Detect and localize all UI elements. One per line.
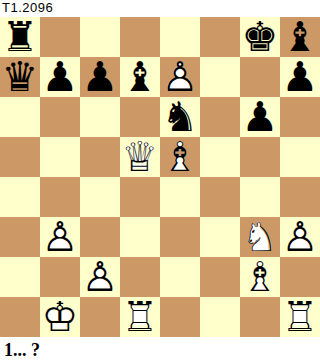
square-d5[interactable]: ♛♕	[120, 137, 160, 177]
square-g4[interactable]	[240, 177, 280, 217]
piece-black-bishop: ♝	[120, 57, 160, 97]
piece-black-king: ♚	[240, 17, 280, 57]
square-b3[interactable]: ♟♙	[40, 217, 80, 257]
chess-board: ♜♚♝♛♟♟♝♟♙♟♞♟♛♕♝♗♟♙♞♘♟♙♟♙♝♗♚♔♜♖♜♖	[0, 17, 320, 337]
square-c5[interactable]	[80, 137, 120, 177]
puzzle-window: T1.2096 ♜♚♝♛♟♟♝♟♙♟♞♟♛♕♝♗♟♙♞♘♟♙♟♙♝♗♚♔♜♖♜♖…	[0, 0, 320, 360]
piece-white-queen: ♛♕	[120, 137, 160, 177]
square-f2[interactable]	[200, 257, 240, 297]
square-d4[interactable]	[120, 177, 160, 217]
square-c8[interactable]	[80, 17, 120, 57]
square-h8[interactable]: ♝	[280, 17, 320, 57]
piece-black-knight: ♞	[160, 97, 200, 137]
square-d8[interactable]	[120, 17, 160, 57]
piece-black-bishop: ♝	[280, 17, 320, 57]
piece-white-pawn: ♟♙	[160, 57, 200, 97]
piece-black-pawn: ♟	[280, 57, 320, 97]
square-b6[interactable]	[40, 97, 80, 137]
square-f3[interactable]	[200, 217, 240, 257]
square-h1[interactable]: ♜♖	[280, 297, 320, 337]
square-h5[interactable]	[280, 137, 320, 177]
square-f8[interactable]	[200, 17, 240, 57]
square-e1[interactable]	[160, 297, 200, 337]
square-f7[interactable]	[200, 57, 240, 97]
square-h3[interactable]: ♟♙	[280, 217, 320, 257]
square-f6[interactable]	[200, 97, 240, 137]
piece-white-pawn: ♟♙	[80, 257, 120, 297]
piece-black-pawn: ♟	[240, 97, 280, 137]
square-g5[interactable]	[240, 137, 280, 177]
square-g7[interactable]	[240, 57, 280, 97]
square-d2[interactable]	[120, 257, 160, 297]
square-e4[interactable]	[160, 177, 200, 217]
square-b7[interactable]: ♟	[40, 57, 80, 97]
square-e7[interactable]: ♟♙	[160, 57, 200, 97]
square-e6[interactable]: ♞	[160, 97, 200, 137]
piece-black-pawn: ♟	[40, 57, 80, 97]
square-a7[interactable]: ♛	[0, 57, 40, 97]
square-d1[interactable]: ♜♖	[120, 297, 160, 337]
piece-black-queen: ♛	[0, 57, 40, 97]
square-h4[interactable]	[280, 177, 320, 217]
square-g1[interactable]	[240, 297, 280, 337]
piece-black-pawn: ♟	[80, 57, 120, 97]
square-h7[interactable]: ♟	[280, 57, 320, 97]
square-b4[interactable]	[40, 177, 80, 217]
square-c6[interactable]	[80, 97, 120, 137]
square-a3[interactable]	[0, 217, 40, 257]
square-a5[interactable]	[0, 137, 40, 177]
square-b5[interactable]	[40, 137, 80, 177]
square-b1[interactable]: ♚♔	[40, 297, 80, 337]
piece-white-king: ♚♔	[40, 297, 80, 337]
square-a2[interactable]	[0, 257, 40, 297]
square-e5[interactable]: ♝♗	[160, 137, 200, 177]
piece-white-rook: ♜♖	[120, 297, 160, 337]
square-g2[interactable]: ♝♗	[240, 257, 280, 297]
square-e8[interactable]	[160, 17, 200, 57]
piece-white-pawn: ♟♙	[40, 217, 80, 257]
piece-white-bishop: ♝♗	[160, 137, 200, 177]
piece-white-knight: ♞♘	[240, 217, 280, 257]
square-d3[interactable]	[120, 217, 160, 257]
square-h2[interactable]	[280, 257, 320, 297]
square-c3[interactable]	[80, 217, 120, 257]
piece-white-bishop: ♝♗	[240, 257, 280, 297]
square-g3[interactable]: ♞♘	[240, 217, 280, 257]
piece-white-pawn: ♟♙	[280, 217, 320, 257]
square-e2[interactable]	[160, 257, 200, 297]
piece-white-rook: ♜♖	[280, 297, 320, 337]
square-f5[interactable]	[200, 137, 240, 177]
square-c1[interactable]	[80, 297, 120, 337]
square-d6[interactable]	[120, 97, 160, 137]
square-f1[interactable]	[200, 297, 240, 337]
square-c7[interactable]: ♟	[80, 57, 120, 97]
square-e3[interactable]	[160, 217, 200, 257]
square-a6[interactable]	[0, 97, 40, 137]
square-b2[interactable]	[40, 257, 80, 297]
piece-black-rook: ♜	[0, 17, 40, 57]
square-b8[interactable]	[40, 17, 80, 57]
square-f4[interactable]	[200, 177, 240, 217]
square-c4[interactable]	[80, 177, 120, 217]
square-a4[interactable]	[0, 177, 40, 217]
square-c2[interactable]: ♟♙	[80, 257, 120, 297]
square-g8[interactable]: ♚	[240, 17, 280, 57]
square-g6[interactable]: ♟	[240, 97, 280, 137]
square-h6[interactable]	[280, 97, 320, 137]
square-d7[interactable]: ♝	[120, 57, 160, 97]
square-a1[interactable]	[0, 297, 40, 337]
square-a8[interactable]: ♜	[0, 17, 40, 57]
